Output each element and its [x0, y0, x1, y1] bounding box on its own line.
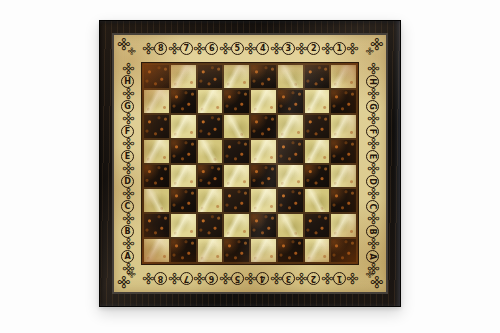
square-e3	[278, 140, 303, 163]
square-d4	[251, 165, 276, 188]
square-a1	[331, 239, 356, 262]
square-d1	[331, 165, 356, 188]
square-d2	[305, 165, 330, 188]
square-c2	[305, 189, 330, 212]
square-f8	[144, 115, 169, 138]
square-d6	[198, 165, 223, 188]
square-b6	[198, 214, 223, 237]
square-f1	[331, 115, 356, 138]
square-a7	[171, 239, 196, 262]
square-b5	[224, 214, 249, 237]
knot-icon: ⌘	[242, 40, 259, 57]
file-coordinates-bottom: ⌘8⌘7⌘6⌘5⌘4⌘3⌘2⌘1⌘	[141, 265, 359, 292]
square-f4	[251, 115, 276, 138]
square-g7	[171, 90, 196, 113]
square-c7	[171, 189, 196, 212]
square-a6	[198, 239, 223, 262]
square-c3	[278, 189, 303, 212]
rank-coordinates-right: ⌘H⌘G⌘F⌘E⌘D⌘C⌘B⌘A⌘	[359, 62, 386, 265]
square-c6	[198, 189, 223, 212]
square-g2	[305, 90, 330, 113]
square-h7	[171, 65, 196, 88]
knot-icon: ⌘	[119, 161, 136, 178]
square-h1	[331, 65, 356, 88]
square-d3	[278, 165, 303, 188]
square-f5	[224, 115, 249, 138]
square-b8	[144, 214, 169, 237]
knot-icon: ⌘	[119, 86, 136, 103]
square-g8	[144, 90, 169, 113]
square-c5	[224, 189, 249, 212]
square-c4	[251, 189, 276, 212]
knot-icon: ⌘	[344, 270, 361, 287]
square-f3	[278, 115, 303, 138]
knot-icon: ⌘	[119, 111, 136, 128]
square-e8	[144, 140, 169, 163]
rank-coordinates-left: ⌘H⌘G⌘F⌘E⌘D⌘C⌘B⌘A⌘	[114, 62, 141, 265]
square-h4	[251, 65, 276, 88]
square-a2	[305, 239, 330, 262]
corner-knot-ornament: ⌘⌘	[359, 35, 386, 62]
square-e1	[331, 140, 356, 163]
square-h8	[144, 65, 169, 88]
square-b1	[331, 214, 356, 237]
square-b7	[171, 214, 196, 237]
square-b2	[305, 214, 330, 237]
playing-field	[141, 62, 359, 265]
square-g4	[251, 90, 276, 113]
knot-icon: ⌘	[119, 236, 136, 253]
square-a5	[224, 239, 249, 262]
knot-icon: ⌘	[344, 40, 361, 57]
square-f7	[171, 115, 196, 138]
square-h5	[224, 65, 249, 88]
square-b3	[278, 214, 303, 237]
square-h2	[305, 65, 330, 88]
square-d8	[144, 165, 169, 188]
square-a3	[278, 239, 303, 262]
marquetry-border: ⌘⌘ ⌘⌘ ⌘⌘ ⌘⌘ ⌘8⌘7⌘6⌘5⌘4⌘3⌘2⌘1⌘ ⌘8⌘7⌘6⌘5⌘4…	[112, 33, 388, 294]
square-a4	[251, 239, 276, 262]
file-coordinates-top: ⌘8⌘7⌘6⌘5⌘4⌘3⌘2⌘1⌘	[141, 35, 359, 62]
knot-icon: ⌘	[363, 46, 374, 57]
square-b4	[251, 214, 276, 237]
square-c8	[144, 189, 169, 212]
knot-icon: ⌘	[119, 61, 136, 78]
square-g3	[278, 90, 303, 113]
square-e5	[224, 140, 249, 163]
corner-knot-ornament: ⌘⌘	[114, 35, 141, 62]
square-e6	[198, 140, 223, 163]
square-d7	[171, 165, 196, 188]
knot-icon: ⌘	[165, 40, 182, 57]
knot-icon: ⌘	[119, 136, 136, 153]
knot-icon: ⌘	[119, 186, 136, 203]
knot-icon: ⌘	[140, 40, 157, 57]
square-e4	[251, 140, 276, 163]
knot-icon: ⌘	[119, 211, 136, 228]
square-g1	[331, 90, 356, 113]
square-e2	[305, 140, 330, 163]
square-f2	[305, 115, 330, 138]
square-c1	[331, 189, 356, 212]
knot-icon: ⌘	[191, 40, 208, 57]
square-a8	[144, 239, 169, 262]
knot-icon: ⌘	[216, 40, 233, 57]
square-e7	[171, 140, 196, 163]
knot-icon: ⌘	[267, 40, 284, 57]
chess-board: ⌘⌘ ⌘⌘ ⌘⌘ ⌘⌘ ⌘8⌘7⌘6⌘5⌘4⌘3⌘2⌘1⌘ ⌘8⌘7⌘6⌘5⌘4…	[99, 20, 401, 307]
knot-icon: ⌘	[293, 40, 310, 57]
knot-icon: ⌘	[318, 40, 335, 57]
square-g5	[224, 90, 249, 113]
square-h6	[198, 65, 223, 88]
square-d5	[224, 165, 249, 188]
square-g6	[198, 90, 223, 113]
square-f6	[198, 115, 223, 138]
square-h3	[278, 65, 303, 88]
